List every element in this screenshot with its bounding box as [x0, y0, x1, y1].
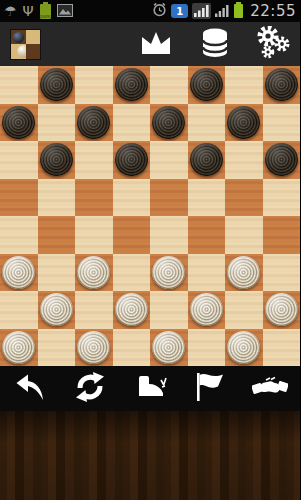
square-r2c1[interactable]: [0, 104, 38, 142]
undo-arrow-icon: [13, 372, 47, 405]
status-left-icons: ☂ Ψ 100%: [4, 2, 152, 21]
app-logo-light-square: [26, 30, 41, 45]
settings-button[interactable]: [256, 26, 290, 63]
dark-piece[interactable]: [152, 106, 185, 139]
square-r1c6[interactable]: [188, 66, 226, 104]
square-r7c5[interactable]: [150, 291, 188, 329]
square-r4c5[interactable]: [150, 179, 188, 217]
square-r2c4[interactable]: [113, 104, 151, 142]
wood-panel: [0, 411, 300, 500]
square-r7c2[interactable]: [38, 291, 76, 329]
dark-piece[interactable]: [265, 68, 298, 101]
square-r6c2[interactable]: [38, 254, 76, 292]
app-logo: [10, 29, 41, 60]
umbrella-icon: ☂: [4, 4, 17, 18]
signal-bars-boxed-icon: [192, 3, 211, 19]
square-r1c2[interactable]: [38, 66, 76, 104]
square-r2c5[interactable]: [150, 104, 188, 142]
square-r7c6[interactable]: [188, 291, 226, 329]
square-r6c4[interactable]: [113, 254, 151, 292]
square-r1c3[interactable]: [75, 66, 113, 104]
square-r3c2[interactable]: [38, 141, 76, 179]
square-r6c8[interactable]: [263, 254, 301, 292]
light-piece[interactable]: [2, 256, 35, 289]
square-r6c6[interactable]: [188, 254, 226, 292]
square-r2c7[interactable]: [225, 104, 263, 142]
refresh-icon: [74, 371, 106, 406]
square-r2c6[interactable]: [188, 104, 226, 142]
square-r5c4[interactable]: [113, 216, 151, 254]
square-r6c7[interactable]: [225, 254, 263, 292]
square-r3c7[interactable]: [225, 141, 263, 179]
database-icon: [200, 27, 230, 62]
square-r3c8[interactable]: [263, 141, 301, 179]
board: [0, 66, 300, 366]
dark-piece[interactable]: [2, 106, 35, 139]
light-piece[interactable]: [152, 256, 185, 289]
light-piece[interactable]: [152, 331, 185, 364]
square-r8c4[interactable]: [113, 329, 151, 367]
square-r6c1[interactable]: [0, 254, 38, 292]
top-toolbar: [0, 22, 300, 66]
clock-text: 22:55: [250, 2, 296, 20]
square-r7c1[interactable]: [0, 291, 38, 329]
dark-piece[interactable]: [227, 106, 260, 139]
dark-piece[interactable]: [265, 143, 298, 176]
alarm-icon: [152, 2, 167, 21]
square-r4c2[interactable]: [38, 179, 76, 217]
square-r8c6[interactable]: [188, 329, 226, 367]
boot-icon: [132, 372, 168, 405]
flag-icon: [194, 371, 226, 406]
square-r3c6[interactable]: [188, 141, 226, 179]
bottom-toolbar: [0, 366, 300, 411]
dark-piece[interactable]: [40, 143, 73, 176]
square-r5c7[interactable]: [225, 216, 263, 254]
square-r5c1[interactable]: [0, 216, 38, 254]
light-piece[interactable]: [190, 293, 223, 326]
light-piece[interactable]: [115, 293, 148, 326]
crown-icon: [138, 29, 174, 60]
square-r4c3[interactable]: [75, 179, 113, 217]
battery-notification-label: 100%: [39, 14, 50, 19]
square-r1c1[interactable]: [0, 66, 38, 104]
signal-bars-icon: [215, 2, 229, 21]
square-r8c7[interactable]: [225, 329, 263, 367]
dark-piece[interactable]: [40, 68, 73, 101]
undo-button[interactable]: [0, 366, 60, 411]
battery-icon: [234, 4, 243, 18]
square-r4c4[interactable]: [113, 179, 151, 217]
light-piece[interactable]: [2, 331, 35, 364]
app-logo-dark-piece: [13, 32, 24, 43]
dark-piece[interactable]: [115, 143, 148, 176]
restart-button[interactable]: [60, 366, 120, 411]
light-piece[interactable]: [77, 331, 110, 364]
square-r1c4[interactable]: [113, 66, 151, 104]
light-piece[interactable]: [265, 293, 298, 326]
light-piece[interactable]: [227, 331, 260, 364]
square-r7c3[interactable]: [75, 291, 113, 329]
square-r1c8[interactable]: [263, 66, 301, 104]
resign-flag-button[interactable]: [180, 366, 240, 411]
square-r8c8[interactable]: [263, 329, 301, 367]
handshake-icon: [252, 373, 288, 404]
crown-button[interactable]: [138, 29, 174, 60]
database-button[interactable]: [200, 27, 230, 62]
square-r5c8[interactable]: [263, 216, 301, 254]
screen: ☂ Ψ 100% 1: [0, 0, 300, 500]
square-r5c6[interactable]: [188, 216, 226, 254]
dark-piece[interactable]: [77, 106, 110, 139]
square-r8c5[interactable]: [150, 329, 188, 367]
square-r2c2[interactable]: [38, 104, 76, 142]
square-r1c5[interactable]: [150, 66, 188, 104]
square-r3c5[interactable]: [150, 141, 188, 179]
app-logo-light-square2: [11, 44, 26, 59]
square-r8c2[interactable]: [38, 329, 76, 367]
notification-badge: 1: [171, 4, 188, 18]
square-r5c5[interactable]: [150, 216, 188, 254]
square-r2c8[interactable]: [263, 104, 301, 142]
app-logo-dark-square2: [26, 44, 41, 59]
square-r6c3[interactable]: [75, 254, 113, 292]
square-r6c5[interactable]: [150, 254, 188, 292]
square-r7c4[interactable]: [113, 291, 151, 329]
square-r8c3[interactable]: [75, 329, 113, 367]
light-piece[interactable]: [227, 256, 260, 289]
square-r3c4[interactable]: [113, 141, 151, 179]
square-r3c3[interactable]: [75, 141, 113, 179]
square-r3c1[interactable]: [0, 141, 38, 179]
square-r4c8[interactable]: [263, 179, 301, 217]
battery-notification-icon: 100%: [40, 4, 51, 19]
square-r8c1[interactable]: [0, 329, 38, 367]
square-r7c8[interactable]: [263, 291, 301, 329]
usb-icon: Ψ: [23, 4, 34, 18]
square-r4c7[interactable]: [225, 179, 263, 217]
square-r5c3[interactable]: [75, 216, 113, 254]
dark-piece[interactable]: [115, 68, 148, 101]
dark-piece[interactable]: [190, 143, 223, 176]
square-r5c2[interactable]: [38, 216, 76, 254]
draw-handshake-button[interactable]: [240, 366, 300, 411]
square-r4c6[interactable]: [188, 179, 226, 217]
square-r2c3[interactable]: [75, 104, 113, 142]
status-right-icons: 1: [152, 2, 296, 21]
gallery-icon: [57, 2, 73, 21]
settings-gears-icon: [256, 26, 290, 63]
app-logo-dark-square: [11, 30, 26, 45]
light-piece[interactable]: [77, 256, 110, 289]
square-r7c7[interactable]: [225, 291, 263, 329]
status-bar: ☂ Ψ 100% 1: [0, 0, 300, 22]
dark-piece[interactable]: [190, 68, 223, 101]
light-piece[interactable]: [40, 293, 73, 326]
square-r4c1[interactable]: [0, 179, 38, 217]
square-r1c7[interactable]: [225, 66, 263, 104]
kick-button[interactable]: [120, 366, 180, 411]
